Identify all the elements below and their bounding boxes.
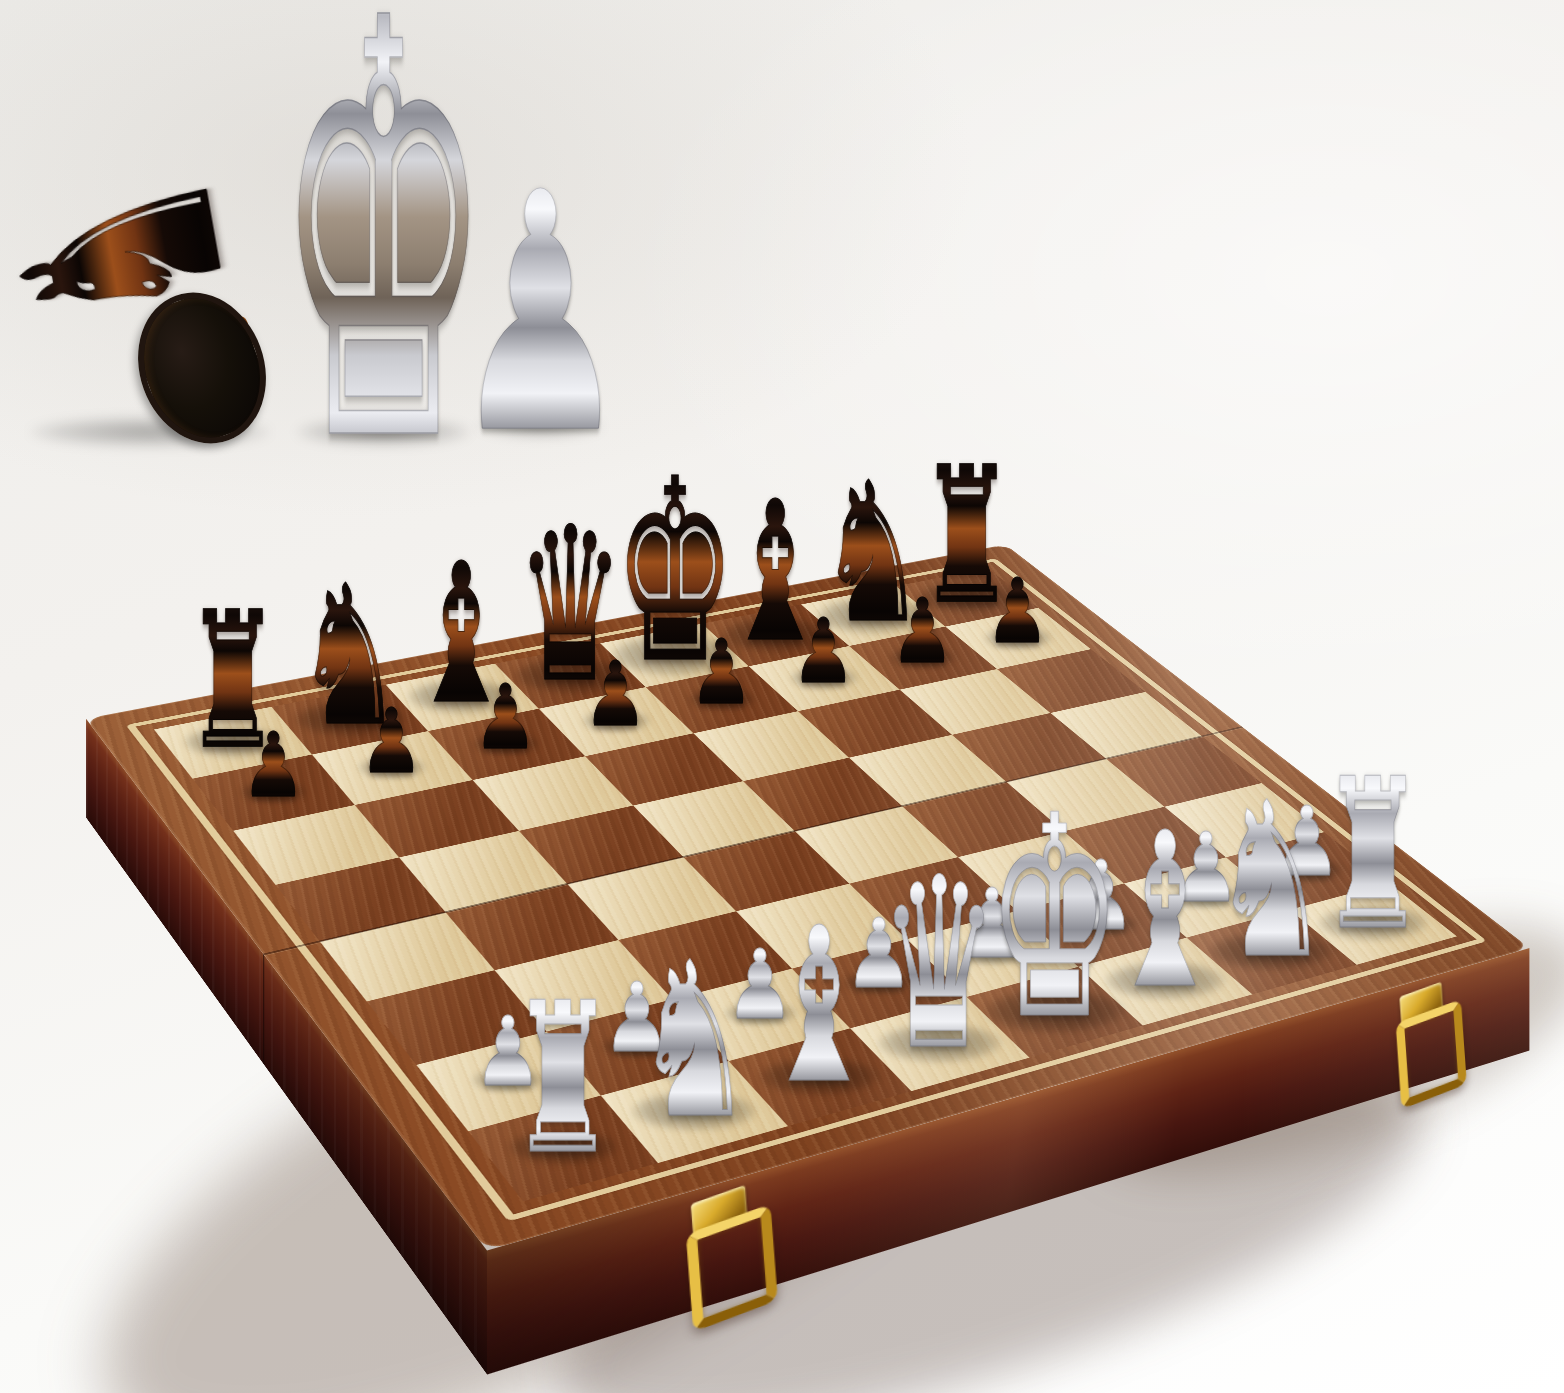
display-piece-pawn: ♟ [441,150,638,479]
black-pawn[interactable]: ♟ [887,587,958,676]
white-queen[interactable]: ♛ [873,847,1005,1083]
product-photo-stage: ♜♞♝♛♚♝♞♜♟♟♟♟♟♟♟♟♟♟♟♟♟♟♟♟♜♞♝♛♚♝♞♜ ♞♚♟ [0,0,1564,1393]
gold-latch [1394,980,1454,1110]
black-pawn[interactable]: ♟ [788,607,859,696]
fold-seam-side [263,954,264,1066]
black-pawn[interactable]: ♟ [470,673,541,762]
black-pawn[interactable]: ♟ [982,567,1053,656]
black-pawn[interactable]: ♟ [580,650,651,739]
black-pawn[interactable]: ♟ [356,697,427,786]
white-rook[interactable]: ♜ [505,975,621,1183]
gold-latch [684,1182,762,1332]
black-pawn[interactable]: ♟ [238,721,309,810]
black-pawn[interactable]: ♟ [686,628,757,717]
white-knight[interactable]: ♞ [628,934,761,1148]
white-bishop[interactable]: ♝ [755,899,883,1113]
